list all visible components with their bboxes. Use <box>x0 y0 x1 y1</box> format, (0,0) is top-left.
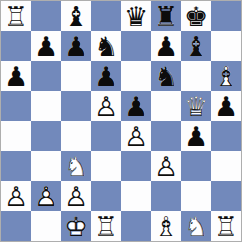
square-c6[interactable] <box>61 61 91 91</box>
square-f2[interactable] <box>151 181 181 211</box>
white-knight-glyph: ♘ <box>181 211 211 241</box>
white-knight-glyph: ♘ <box>61 151 91 181</box>
black-pawn: ♙♟ <box>151 31 181 61</box>
white-bishop: ♝♗ <box>151 211 181 241</box>
square-g3[interactable] <box>181 151 211 181</box>
square-e5[interactable]: ♙♟ <box>121 91 151 121</box>
black-bishop: ♗♝ <box>61 1 91 31</box>
white-pawn-glyph: ♙ <box>31 181 61 211</box>
square-f7[interactable]: ♙♟ <box>151 31 181 61</box>
square-e3[interactable] <box>121 151 151 181</box>
white-rook: ♜♖ <box>211 211 241 241</box>
square-f3[interactable]: ♟♙ <box>151 151 181 181</box>
square-h3[interactable] <box>211 151 241 181</box>
square-c7[interactable]: ♙♟ <box>61 31 91 61</box>
black-bishop-glyph: ♝ <box>61 1 91 31</box>
white-knight: ♞♘ <box>61 151 91 181</box>
square-f5[interactable] <box>151 91 181 121</box>
square-h6[interactable]: ♝♗ <box>211 61 241 91</box>
square-f6[interactable]: ♘♞ <box>151 61 181 91</box>
white-pawn: ♟♙ <box>31 181 61 211</box>
black-knight: ♘♞ <box>151 61 181 91</box>
black-bishop-glyph: ♝ <box>181 31 211 61</box>
black-pawn-glyph: ♟ <box>211 91 241 121</box>
white-king: ♚♔ <box>61 211 91 241</box>
square-a4[interactable] <box>1 121 31 151</box>
square-d7[interactable]: ♘♞ <box>91 31 121 61</box>
square-g5[interactable]: ♛♕ <box>181 91 211 121</box>
square-d8[interactable] <box>91 1 121 31</box>
white-pawn: ♟♙ <box>61 181 91 211</box>
square-a6[interactable]: ♙♟ <box>1 61 31 91</box>
white-queen-glyph: ♕ <box>181 91 211 121</box>
square-g7[interactable]: ♗♝ <box>181 31 211 61</box>
black-knight-glyph: ♞ <box>91 31 121 61</box>
square-c2[interactable]: ♟♙ <box>61 181 91 211</box>
square-e7[interactable] <box>121 31 151 61</box>
white-queen: ♛♕ <box>181 91 211 121</box>
white-rook-glyph: ♖ <box>91 211 121 241</box>
white-pawn-glyph: ♙ <box>61 181 91 211</box>
black-pawn-glyph: ♟ <box>91 61 121 91</box>
square-a2[interactable]: ♟♙ <box>1 181 31 211</box>
white-pawn: ♟♙ <box>91 91 121 121</box>
white-pawn-glyph: ♙ <box>1 181 31 211</box>
square-b5[interactable] <box>31 91 61 121</box>
black-pawn: ♙♟ <box>61 31 91 61</box>
black-pawn: ♙♟ <box>121 91 151 121</box>
square-a5[interactable] <box>1 91 31 121</box>
square-h7[interactable] <box>211 31 241 61</box>
white-bishop: ♝♗ <box>211 61 241 91</box>
black-rook: ♖♜ <box>151 1 181 31</box>
white-pawn-glyph: ♙ <box>91 91 121 121</box>
square-c8[interactable]: ♗♝ <box>61 1 91 31</box>
white-rook-glyph: ♖ <box>211 211 241 241</box>
black-pawn-glyph: ♟ <box>31 31 61 61</box>
square-g1[interactable]: ♞♘ <box>181 211 211 241</box>
black-pawn: ♙♟ <box>181 121 211 151</box>
square-d4[interactable] <box>91 121 121 151</box>
white-pawn: ♟♙ <box>1 181 31 211</box>
black-pawn-glyph: ♟ <box>181 121 211 151</box>
black-bishop: ♗♝ <box>181 31 211 61</box>
black-pawn-glyph: ♟ <box>1 61 31 91</box>
white-rook-glyph: ♖ <box>1 1 31 31</box>
square-b7[interactable]: ♙♟ <box>31 31 61 61</box>
square-c5[interactable] <box>61 91 91 121</box>
square-e8[interactable]: ♕♛ <box>121 1 151 31</box>
square-g6[interactable] <box>181 61 211 91</box>
square-f4[interactable] <box>151 121 181 151</box>
black-pawn: ♙♟ <box>91 61 121 91</box>
square-d2[interactable] <box>91 181 121 211</box>
black-pawn-glyph: ♟ <box>121 91 151 121</box>
black-pawn: ♙♟ <box>1 61 31 91</box>
black-knight-glyph: ♞ <box>151 61 181 91</box>
white-bishop-glyph: ♗ <box>151 211 181 241</box>
square-e2[interactable] <box>121 181 151 211</box>
square-c3[interactable]: ♞♘ <box>61 151 91 181</box>
black-queen-glyph: ♛ <box>121 1 151 31</box>
square-d1[interactable]: ♜♖ <box>91 211 121 241</box>
white-pawn-glyph: ♙ <box>121 121 151 151</box>
white-pawn: ♟♙ <box>121 121 151 151</box>
square-f8[interactable]: ♖♜ <box>151 1 181 31</box>
black-pawn: ♙♟ <box>31 31 61 61</box>
square-b1[interactable] <box>31 211 61 241</box>
square-e6[interactable] <box>121 61 151 91</box>
square-b4[interactable] <box>31 121 61 151</box>
square-a7[interactable] <box>1 31 31 61</box>
square-h5[interactable]: ♙♟ <box>211 91 241 121</box>
square-b3[interactable] <box>31 151 61 181</box>
black-king-glyph: ♚ <box>181 1 211 31</box>
square-h2[interactable] <box>211 181 241 211</box>
square-g4[interactable]: ♙♟ <box>181 121 211 151</box>
square-e4[interactable]: ♟♙ <box>121 121 151 151</box>
square-d6[interactable]: ♙♟ <box>91 61 121 91</box>
black-rook-glyph: ♜ <box>151 1 181 31</box>
square-f1[interactable]: ♝♗ <box>151 211 181 241</box>
black-pawn-glyph: ♟ <box>151 31 181 61</box>
black-pawn-glyph: ♟ <box>61 31 91 61</box>
square-e1[interactable] <box>121 211 151 241</box>
white-knight: ♞♘ <box>181 211 211 241</box>
square-c1[interactable]: ♚♔ <box>61 211 91 241</box>
chess-board: ♜♖♗♝♕♛♖♜♔♚♙♟♙♟♘♞♙♟♗♝♙♟♙♟♘♞♝♗♟♙♙♟♛♕♙♟♟♙♙♟… <box>0 0 242 242</box>
white-bishop-glyph: ♗ <box>211 61 241 91</box>
square-d3[interactable] <box>91 151 121 181</box>
square-b6[interactable] <box>31 61 61 91</box>
square-b8[interactable] <box>31 1 61 31</box>
square-g2[interactable] <box>181 181 211 211</box>
white-pawn: ♟♙ <box>151 151 181 181</box>
square-h8[interactable] <box>211 1 241 31</box>
black-pawn: ♙♟ <box>211 91 241 121</box>
square-d5[interactable]: ♟♙ <box>91 91 121 121</box>
square-h4[interactable] <box>211 121 241 151</box>
white-king-glyph: ♔ <box>61 211 91 241</box>
square-b2[interactable]: ♟♙ <box>31 181 61 211</box>
black-knight: ♘♞ <box>91 31 121 61</box>
white-pawn-glyph: ♙ <box>151 151 181 181</box>
square-g8[interactable]: ♔♚ <box>181 1 211 31</box>
square-c4[interactable] <box>61 121 91 151</box>
square-h1[interactable]: ♜♖ <box>211 211 241 241</box>
black-king: ♔♚ <box>181 1 211 31</box>
square-a1[interactable] <box>1 211 31 241</box>
white-rook: ♜♖ <box>1 1 31 31</box>
white-rook: ♜♖ <box>91 211 121 241</box>
black-queen: ♕♛ <box>121 1 151 31</box>
square-a8[interactable]: ♜♖ <box>1 1 31 31</box>
square-a3[interactable] <box>1 151 31 181</box>
